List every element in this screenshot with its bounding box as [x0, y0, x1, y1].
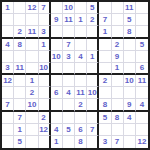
cell-r9-c5-empty[interactable]: [51, 99, 63, 111]
cell-r10-c12-empty[interactable]: [136, 112, 148, 124]
cell-r4-c12-given[interactable]: 5: [136, 39, 148, 51]
cell-r2-c10-empty[interactable]: [112, 14, 124, 26]
cell-r5-c7-given[interactable]: 4: [75, 51, 87, 63]
cell-r10-c6-empty[interactable]: [63, 112, 75, 124]
cell-r1-c11-given[interactable]: 11: [124, 2, 136, 14]
cell-r2-c3-empty[interactable]: [26, 14, 38, 26]
cell-r10-c9-given[interactable]: 5: [99, 112, 111, 124]
cell-r9-c3-given[interactable]: 10: [26, 99, 38, 111]
cell-r1-c1-given[interactable]: 1: [2, 2, 14, 14]
cell-r12-c9-given[interactable]: 3: [99, 136, 111, 148]
cell-r9-c1-given[interactable]: 7: [2, 99, 14, 111]
cell-r12-c2-given[interactable]: 5: [14, 136, 26, 148]
cell-r12-c3-empty[interactable]: [26, 136, 38, 148]
cell-r9-c6-empty[interactable]: [63, 99, 75, 111]
cell-r5-c6-given[interactable]: 3: [63, 51, 75, 63]
sudoku-board: 1127105119111275211318481725103419311101…: [0, 0, 150, 150]
cell-r12-c6-empty[interactable]: [63, 136, 75, 148]
cell-r1-c3-given[interactable]: 12: [26, 2, 38, 14]
cell-r2-c8-given[interactable]: 2: [87, 14, 99, 26]
cell-r2-c11-given[interactable]: 5: [124, 14, 136, 26]
cell-r1-c10-empty[interactable]: [112, 2, 124, 14]
cell-r4-c8-empty[interactable]: [87, 39, 99, 51]
cell-r9-c2-empty[interactable]: [14, 99, 26, 111]
cell-r8-c1-empty[interactable]: [2, 87, 14, 99]
cell-r1-c6-given[interactable]: 10: [63, 2, 75, 14]
cell-r7-c2-empty[interactable]: [14, 75, 26, 87]
cell-r4-c6-given[interactable]: 7: [63, 39, 75, 51]
cell-r11-c1-empty[interactable]: [2, 124, 14, 136]
cell-r7-c12-given[interactable]: 11: [136, 75, 148, 87]
cell-r6-c4-given[interactable]: 10: [39, 63, 51, 75]
cell-r2-c7-given[interactable]: 1: [75, 14, 87, 26]
cell-r1-c8-given[interactable]: 5: [87, 2, 99, 14]
cell-r3-c8-empty[interactable]: [87, 26, 99, 38]
cell-r3-c3-given[interactable]: 11: [26, 26, 38, 38]
cell-r7-c1-given[interactable]: 12: [2, 75, 14, 87]
cell-r5-c12-empty[interactable]: [136, 51, 148, 63]
cell-r4-c1-given[interactable]: 4: [2, 39, 14, 51]
cell-r12-c4-empty[interactable]: [39, 136, 51, 148]
cell-r7-c10-empty[interactable]: [112, 75, 124, 87]
cell-r9-c10-empty[interactable]: [112, 99, 124, 111]
cell-r8-c10-empty[interactable]: [112, 87, 124, 99]
cell-r1-c5-empty[interactable]: [51, 2, 63, 14]
cell-r11-c6-given[interactable]: 5: [63, 124, 75, 136]
cell-r11-c2-given[interactable]: 1: [14, 124, 26, 136]
cell-r6-c7-empty[interactable]: [75, 63, 87, 75]
cell-r2-c4-empty[interactable]: [39, 14, 51, 26]
cell-r1-c4-given[interactable]: 7: [39, 2, 51, 14]
cell-r5-c9-empty[interactable]: [99, 51, 111, 63]
cell-r8-c12-empty[interactable]: [136, 87, 148, 99]
cell-r8-c3-given[interactable]: 2: [26, 87, 38, 99]
cell-r4-c9-empty[interactable]: [99, 39, 111, 51]
cell-r3-c7-empty[interactable]: [75, 26, 87, 38]
cell-r8-c2-empty[interactable]: [14, 87, 26, 99]
cell-r7-c6-empty[interactable]: [63, 75, 75, 87]
cell-r10-c7-empty[interactable]: [75, 112, 87, 124]
cell-r3-c4-given[interactable]: 3: [39, 26, 51, 38]
cell-r3-c5-empty[interactable]: [51, 26, 63, 38]
cell-r5-c10-given[interactable]: 9: [112, 51, 124, 63]
cell-r8-c7-given[interactable]: 11: [75, 87, 87, 99]
cell-r7-c9-given[interactable]: 2: [99, 75, 111, 87]
cell-r2-c2-empty[interactable]: [14, 14, 26, 26]
cell-r11-c7-given[interactable]: 6: [75, 124, 87, 136]
cell-r8-c4-empty[interactable]: [39, 87, 51, 99]
cell-r9-c9-given[interactable]: 8: [99, 99, 111, 111]
cell-r6-c9-empty[interactable]: [99, 63, 111, 75]
cell-r9-c7-given[interactable]: 2: [75, 99, 87, 111]
cell-r3-c1-empty[interactable]: [2, 26, 14, 38]
cell-r12-c10-given[interactable]: 7: [112, 136, 124, 148]
cell-r1-c7-empty[interactable]: [75, 2, 87, 14]
cell-r6-c11-empty[interactable]: [124, 63, 136, 75]
cell-r12-c12-given[interactable]: 12: [136, 136, 148, 148]
cell-r10-c2-given[interactable]: 7: [14, 112, 26, 124]
cell-r10-c4-given[interactable]: 2: [39, 112, 51, 124]
cell-r6-c2-given[interactable]: 11: [14, 63, 26, 75]
cell-r4-c3-empty[interactable]: [26, 39, 38, 51]
cell-r3-c6-empty[interactable]: [63, 26, 75, 38]
cell-r8-c6-given[interactable]: 4: [63, 87, 75, 99]
cell-r1-c2-empty[interactable]: [14, 2, 26, 14]
cell-r2-c1-empty[interactable]: [2, 14, 14, 26]
cell-r2-c9-given[interactable]: 7: [99, 14, 111, 26]
cell-r7-c3-given[interactable]: 1: [26, 75, 38, 87]
cell-r11-c5-given[interactable]: 4: [51, 124, 63, 136]
cell-r10-c5-empty[interactable]: [51, 112, 63, 124]
cell-r7-c11-given[interactable]: 10: [124, 75, 136, 87]
cell-r10-c10-given[interactable]: 8: [112, 112, 124, 124]
cell-r3-c10-empty[interactable]: [112, 26, 124, 38]
cell-r6-c5-empty[interactable]: [51, 63, 63, 75]
cell-r7-c8-empty[interactable]: [87, 75, 99, 87]
cell-r12-c11-empty[interactable]: [124, 136, 136, 148]
cell-r4-c2-given[interactable]: 8: [14, 39, 26, 51]
cell-r12-c1-empty[interactable]: [2, 136, 14, 148]
cell-r10-c11-given[interactable]: 4: [124, 112, 136, 124]
cell-r11-c10-empty[interactable]: [112, 124, 124, 136]
cell-r8-c5-given[interactable]: 6: [51, 87, 63, 99]
cell-r12-c8-empty[interactable]: [87, 136, 99, 148]
cell-r5-c2-empty[interactable]: [14, 51, 26, 63]
cell-r3-c12-empty[interactable]: [136, 26, 148, 38]
cell-r3-c9-given[interactable]: 1: [99, 26, 111, 38]
cell-r6-c1-given[interactable]: 3: [2, 63, 14, 75]
cell-r8-c8-given[interactable]: 10: [87, 87, 99, 99]
cell-r5-c11-empty[interactable]: [124, 51, 136, 63]
cell-r2-c6-given[interactable]: 11: [63, 14, 75, 26]
cell-r6-c10-given[interactable]: 1: [112, 63, 124, 75]
cell-r11-c4-given[interactable]: 12: [39, 124, 51, 136]
cell-r3-c11-given[interactable]: 8: [124, 26, 136, 38]
cell-r4-c5-empty[interactable]: [51, 39, 63, 51]
cell-r1-c9-empty[interactable]: [99, 2, 111, 14]
cell-r11-c11-empty[interactable]: [124, 124, 136, 136]
cell-r11-c8-given[interactable]: 7: [87, 124, 99, 136]
cell-r9-c11-given[interactable]: 9: [124, 99, 136, 111]
cell-r6-c3-empty[interactable]: [26, 63, 38, 75]
cell-r4-c11-empty[interactable]: [124, 39, 136, 51]
cell-r1-c12-empty[interactable]: [136, 2, 148, 14]
cell-r7-c4-empty[interactable]: [39, 75, 51, 87]
cell-r8-c11-empty[interactable]: [124, 87, 136, 99]
cell-r10-c3-empty[interactable]: [26, 112, 38, 124]
cell-r5-c8-given[interactable]: 1: [87, 51, 99, 63]
cell-r10-c8-empty[interactable]: [87, 112, 99, 124]
cell-r6-c8-empty[interactable]: [87, 63, 99, 75]
cell-r11-c3-empty[interactable]: [26, 124, 38, 136]
cell-r11-c12-empty[interactable]: [136, 124, 148, 136]
cell-r5-c5-given[interactable]: 10: [51, 51, 63, 63]
cell-r6-c12-given[interactable]: 6: [136, 63, 148, 75]
cell-r6-c6-empty[interactable]: [63, 63, 75, 75]
cell-r5-c4-empty[interactable]: [39, 51, 51, 63]
cell-r2-c5-given[interactable]: 9: [51, 14, 63, 26]
cell-r4-c10-given[interactable]: 2: [112, 39, 124, 51]
cell-r3-c2-given[interactable]: 2: [14, 26, 26, 38]
cell-r9-c8-empty[interactable]: [87, 99, 99, 111]
cell-r5-c3-empty[interactable]: [26, 51, 38, 63]
cell-r9-c4-empty[interactable]: [39, 99, 51, 111]
cell-r12-c7-given[interactable]: 8: [75, 136, 87, 148]
cell-r7-c7-empty[interactable]: [75, 75, 87, 87]
cell-r12-c5-given[interactable]: 1: [51, 136, 63, 148]
cell-r4-c7-empty[interactable]: [75, 39, 87, 51]
cell-r9-c12-given[interactable]: 4: [136, 99, 148, 111]
cell-r2-c12-empty[interactable]: [136, 14, 148, 26]
cell-r10-c1-empty[interactable]: [2, 112, 14, 124]
cell-r11-c9-empty[interactable]: [99, 124, 111, 136]
cell-r8-c9-empty[interactable]: [99, 87, 111, 99]
cell-r7-c5-empty[interactable]: [51, 75, 63, 87]
cell-r4-c4-given[interactable]: 1: [39, 39, 51, 51]
cell-r5-c1-empty[interactable]: [2, 51, 14, 63]
